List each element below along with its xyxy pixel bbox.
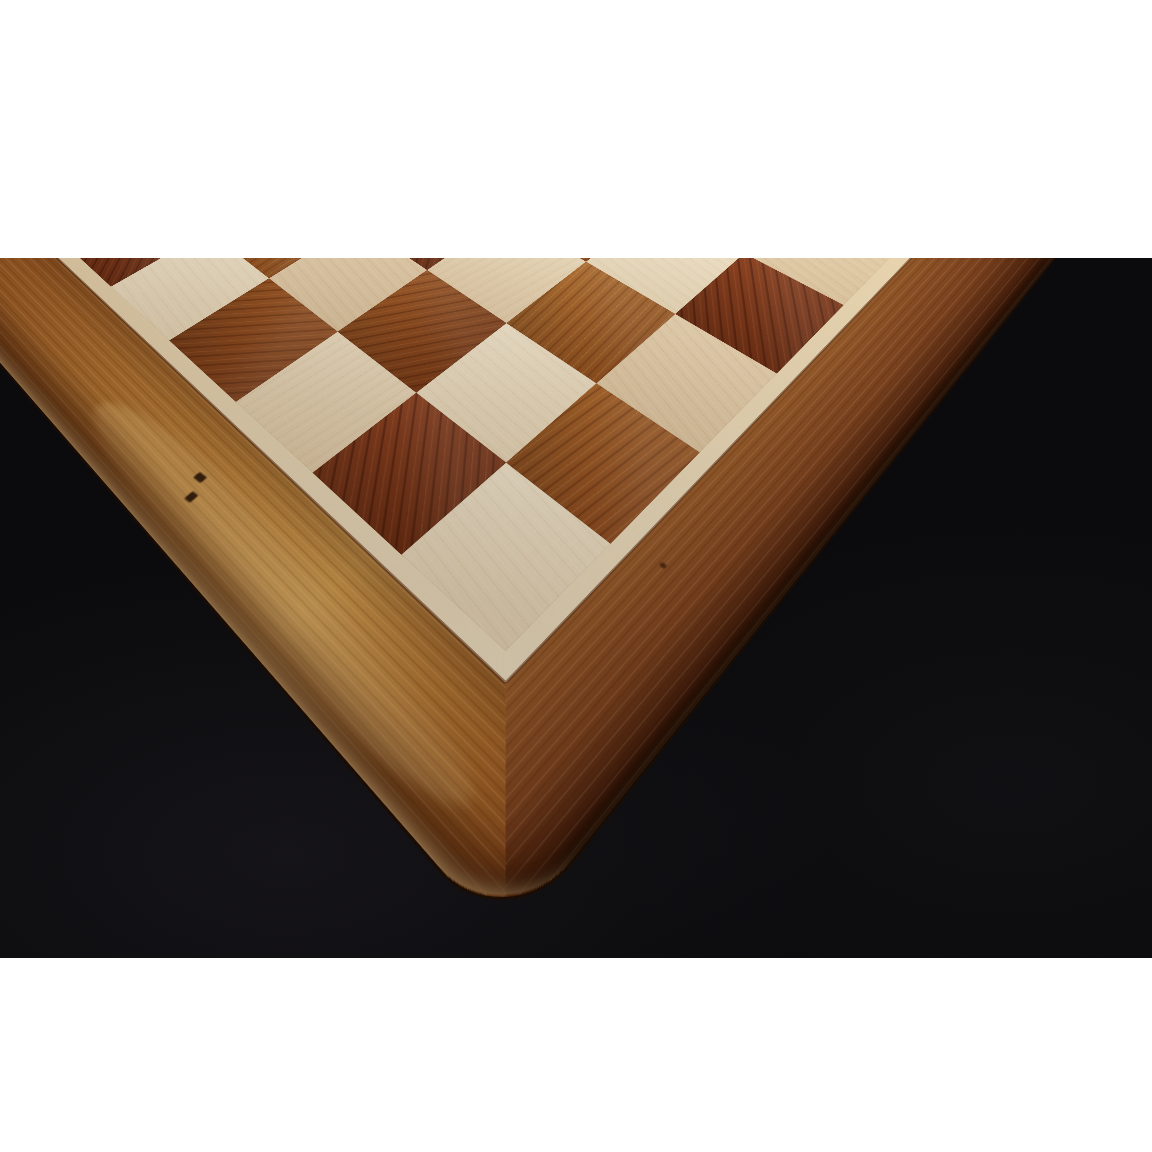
photo-area [0,258,1152,958]
white-band-top [0,0,1152,258]
chess-board [0,258,1152,948]
product-photo-canvas [0,0,1152,1152]
white-band-bottom [0,958,1152,1152]
perspective-scene [0,258,1152,958]
wood-pore-speck [659,562,668,570]
